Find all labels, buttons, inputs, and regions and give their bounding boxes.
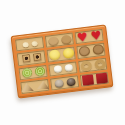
red-heart-piece-1[interactable]: ♥ [76,32,88,43]
board-cell-r3c1 [18,64,47,80]
board-cell-r2c3 [76,43,105,59]
wooden-ring-piece-2[interactable] [94,58,106,69]
beige-knob-piece-1[interactable] [22,42,29,48]
texture-disc-piece-1[interactable] [54,79,64,88]
board-cell-r1c3: ♥♥ [75,29,104,45]
board-grid: ♥♥ [15,29,109,94]
board-cell-r3c2 [48,61,77,77]
board-cell-r4c3 [80,71,109,87]
beige-knob-piece-2[interactable] [31,41,38,47]
wooden-triangle-piece-1[interactable] [20,82,34,93]
wooden-ring-piece-1[interactable] [80,60,92,71]
board-cell-r2c1 [17,50,46,66]
white-puff-piece-1[interactable] [53,65,62,73]
board-cell-r4c1 [20,79,49,95]
green-spiral-disc-piece-1[interactable] [21,68,32,78]
dot-square-piece-1[interactable] [21,54,30,63]
brown-circle-piece-2[interactable] [92,44,104,55]
brown-circle-piece-1[interactable] [78,46,90,57]
texture-disc-piece-2[interactable] [66,77,76,86]
sand-circle-piece-2[interactable] [60,34,71,44]
board-cell-r4c2 [50,75,79,91]
green-spiral-disc-piece-2[interactable] [34,66,45,76]
red-velvet-square-piece-1[interactable] [81,74,93,85]
board-cell-r2c2 [46,47,75,63]
board-cell-r3c3 [78,57,107,73]
white-puff-piece-2[interactable] [64,64,73,72]
wooden-triangle-piece-2[interactable] [36,81,49,90]
dot-square-piece-2[interactable] [32,53,41,62]
red-heart-piece-2[interactable]: ♥ [90,30,102,41]
photo-background: ♥♥ [0,0,125,125]
yellow-circle-piece-2[interactable] [62,48,74,59]
board-cell-r1c2 [45,32,74,48]
yellow-circle-piece-1[interactable] [48,50,60,61]
board-cell-r1c1 [15,36,44,52]
sand-circle-piece-1[interactable] [47,36,58,46]
tactile-matching-board: ♥♥ [11,24,114,98]
red-velvet-square-piece-2[interactable] [95,73,107,84]
